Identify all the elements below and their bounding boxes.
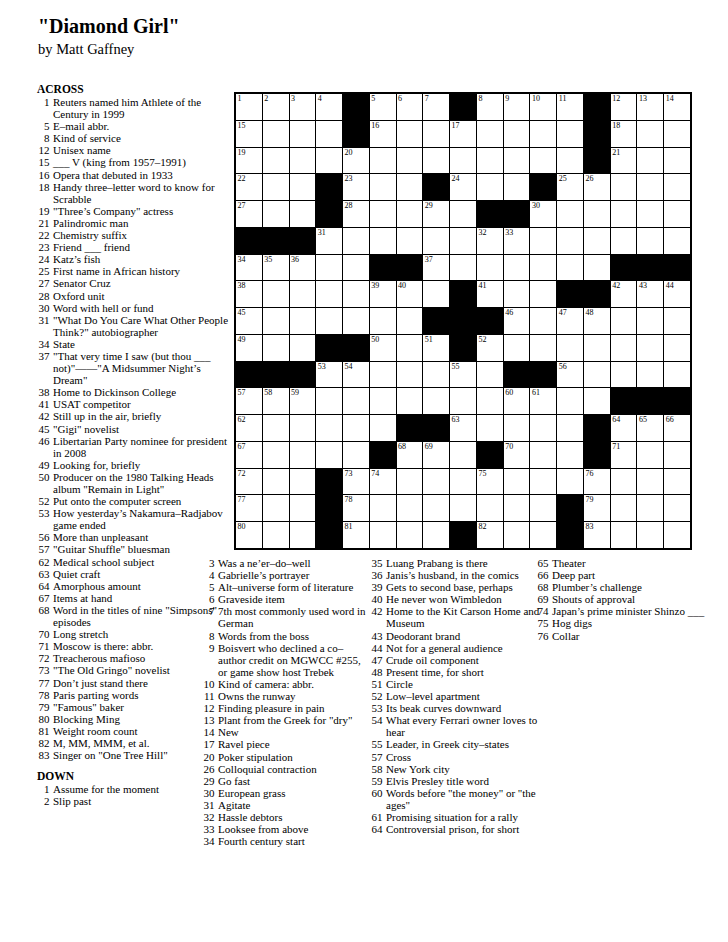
grid-cell[interactable]: 25 xyxy=(557,174,583,200)
clue-text: Alt–universe form of literature xyxy=(218,581,370,593)
grid-cell[interactable] xyxy=(290,335,316,361)
grid-cell[interactable]: 34 xyxy=(236,255,262,281)
grid-cell[interactable]: 30 xyxy=(530,201,556,227)
grid-cell[interactable] xyxy=(557,335,583,361)
grid-cell[interactable] xyxy=(664,121,690,147)
grid-cell[interactable] xyxy=(504,255,530,281)
grid-cell[interactable]: 56 xyxy=(557,362,583,388)
grid-cell[interactable] xyxy=(530,148,556,174)
grid-cell[interactable] xyxy=(370,522,396,548)
grid-cell[interactable]: 52 xyxy=(477,335,503,361)
grid-cell[interactable] xyxy=(504,121,530,147)
grid-cell[interactable]: 73 xyxy=(343,469,369,495)
grid-cell[interactable] xyxy=(530,308,556,334)
grid-cell[interactable] xyxy=(530,255,556,281)
grid-cell[interactable]: 47 xyxy=(557,308,583,334)
cell-number: 28 xyxy=(345,201,353,210)
clue-number: 83 xyxy=(37,749,53,761)
clue-text: Handy three–letter word to know for Scra… xyxy=(53,181,230,205)
grid-cell[interactable] xyxy=(397,522,423,548)
grid-cell[interactable] xyxy=(450,148,476,174)
cell-number: 7 xyxy=(425,94,429,103)
grid-cell[interactable]: 22 xyxy=(236,174,262,200)
grid-cell[interactable] xyxy=(530,442,556,468)
grid-cell[interactable] xyxy=(370,174,396,200)
grid-cell[interactable] xyxy=(611,201,637,227)
grid-cell[interactable] xyxy=(316,121,342,147)
grid-cell[interactable]: 14 xyxy=(664,94,690,120)
grid-cell[interactable] xyxy=(263,415,289,441)
grid-cell[interactable] xyxy=(263,174,289,200)
grid-cell[interactable] xyxy=(263,121,289,147)
grid-cell[interactable] xyxy=(557,255,583,281)
grid-cell[interactable] xyxy=(343,442,369,468)
clue-text: Libertarian Party nominee for president … xyxy=(53,435,230,459)
grid-cell[interactable] xyxy=(450,495,476,521)
page: "Diamond Girl" by Matt Gaffney ACROSS1Re… xyxy=(0,0,728,942)
clue-text: "Three’s Company" actress xyxy=(53,205,230,217)
grid-cell[interactable] xyxy=(343,388,369,414)
grid-cell[interactable]: 9 xyxy=(504,94,530,120)
clue-across-19: 19"Three’s Company" actress xyxy=(37,205,230,217)
grid-cell[interactable] xyxy=(584,255,610,281)
grid-cell[interactable]: 78 xyxy=(343,495,369,521)
grid-cell[interactable] xyxy=(557,201,583,227)
grid-cell[interactable] xyxy=(557,121,583,147)
clue-down-6: 6Graveside item xyxy=(202,593,370,605)
grid-cell[interactable] xyxy=(637,308,663,334)
cell-number: 23 xyxy=(345,174,353,183)
grid-cell[interactable]: 50 xyxy=(370,335,396,361)
grid-cell[interactable]: 8 xyxy=(477,94,503,120)
grid-cell[interactable] xyxy=(637,522,663,548)
grid-cell[interactable] xyxy=(664,148,690,174)
grid-cell[interactable]: 19 xyxy=(236,148,262,174)
grid-cell[interactable]: 36 xyxy=(290,255,316,281)
grid-block xyxy=(584,148,610,174)
grid-cell[interactable] xyxy=(504,174,530,200)
grid-cell[interactable]: 43 xyxy=(637,281,663,307)
cell-number: 53 xyxy=(318,362,326,371)
grid-cell[interactable] xyxy=(477,388,503,414)
grid-cell[interactable] xyxy=(611,469,637,495)
grid-cell[interactable] xyxy=(450,442,476,468)
grid-cell[interactable]: 35 xyxy=(263,255,289,281)
grid-cell[interactable] xyxy=(477,362,503,388)
grid-cell[interactable] xyxy=(290,522,316,548)
grid-cell[interactable] xyxy=(316,388,342,414)
clue-across-50: 50Producer on the 1980 Talking Heads alb… xyxy=(37,471,230,495)
grid-cell[interactable] xyxy=(450,201,476,227)
grid-cell[interactable] xyxy=(397,228,423,254)
grid-cell[interactable]: 80 xyxy=(236,522,262,548)
grid-cell[interactable] xyxy=(504,522,530,548)
grid-cell[interactable] xyxy=(263,469,289,495)
grid-cell[interactable] xyxy=(664,495,690,521)
cell-number: 8 xyxy=(478,94,482,103)
grid-cell[interactable] xyxy=(530,469,556,495)
grid-cell[interactable]: 62 xyxy=(236,415,262,441)
clue-number: 49 xyxy=(37,459,53,471)
grid-cell[interactable]: 1 xyxy=(236,94,262,120)
grid-cell[interactable] xyxy=(557,228,583,254)
grid-cell[interactable]: 21 xyxy=(611,148,637,174)
grid-cell[interactable] xyxy=(370,228,396,254)
grid-cell[interactable]: 13 xyxy=(637,94,663,120)
grid-cell[interactable] xyxy=(263,522,289,548)
grid-cell[interactable]: 37 xyxy=(423,255,449,281)
clue-number: 45 xyxy=(37,423,53,435)
clue-across-53: 53How yesterday’s Nakamura–Radjabov game… xyxy=(37,507,230,531)
grid-cell[interactable]: 55 xyxy=(450,362,476,388)
grid-cell[interactable] xyxy=(530,415,556,441)
grid-cell[interactable]: 27 xyxy=(236,201,262,227)
grid-cell[interactable]: 53 xyxy=(316,362,342,388)
grid-cell[interactable] xyxy=(611,335,637,361)
clue-text: European grass xyxy=(218,787,370,799)
grid-cell[interactable]: 63 xyxy=(450,415,476,441)
grid-cell[interactable]: 67 xyxy=(236,442,262,468)
clue-across-34: 34State xyxy=(37,338,230,350)
grid-cell[interactable]: 81 xyxy=(343,522,369,548)
grid-cell[interactable] xyxy=(611,174,637,200)
grid-cell[interactable]: 68 xyxy=(397,442,423,468)
grid-cell[interactable]: 20 xyxy=(343,148,369,174)
grid-cell[interactable]: 29 xyxy=(423,201,449,227)
grid-cell[interactable] xyxy=(664,228,690,254)
grid-cell[interactable]: 18 xyxy=(611,121,637,147)
grid-cell[interactable] xyxy=(316,442,342,468)
grid-cell[interactable]: 66 xyxy=(664,415,690,441)
grid-cell[interactable] xyxy=(290,201,316,227)
grid-cell[interactable]: 58 xyxy=(263,388,289,414)
grid-cell[interactable] xyxy=(557,415,583,441)
clue-number: 73 xyxy=(37,664,53,676)
grid-block xyxy=(477,442,503,468)
grid-cell[interactable]: 69 xyxy=(423,442,449,468)
grid-cell[interactable] xyxy=(530,522,556,548)
grid-cell[interactable]: 39 xyxy=(370,281,396,307)
grid-cell[interactable] xyxy=(664,442,690,468)
grid-cell[interactable]: 65 xyxy=(637,415,663,441)
grid-cell[interactable]: 71 xyxy=(611,442,637,468)
clue-text: Deodorant brand xyxy=(386,630,542,642)
grid-cell[interactable]: 7 xyxy=(423,94,449,120)
cell-number: 4 xyxy=(318,94,322,103)
grid-cell[interactable]: 72 xyxy=(236,469,262,495)
grid-cell[interactable]: 2 xyxy=(263,94,289,120)
grid-cell[interactable]: 24 xyxy=(450,174,476,200)
clue-number: 74 xyxy=(536,605,552,617)
puzzle-title: "Diamond Girl" xyxy=(38,15,180,38)
grid-cell[interactable]: 51 xyxy=(423,335,449,361)
grid-cell[interactable] xyxy=(290,148,316,174)
grid-cell[interactable] xyxy=(397,469,423,495)
grid-cell[interactable]: 79 xyxy=(584,495,610,521)
grid-cell[interactable] xyxy=(664,469,690,495)
grid-cell[interactable] xyxy=(423,281,449,307)
grid-cell[interactable] xyxy=(397,388,423,414)
grid-cell[interactable]: 70 xyxy=(504,442,530,468)
grid-cell[interactable] xyxy=(343,228,369,254)
grid-cell[interactable] xyxy=(370,201,396,227)
clue-down-54: 54What every Ferrari owner loves to hear xyxy=(370,714,542,738)
clue-number: 68 xyxy=(37,604,53,628)
grid-cell[interactable] xyxy=(664,201,690,227)
grid-block xyxy=(530,362,556,388)
grid-cell[interactable] xyxy=(263,335,289,361)
cell-number: 9 xyxy=(505,94,509,103)
grid-cell[interactable]: 46 xyxy=(504,308,530,334)
grid-cell[interactable] xyxy=(637,148,663,174)
grid-cell[interactable] xyxy=(637,335,663,361)
grid-cell[interactable] xyxy=(477,121,503,147)
grid-cell[interactable] xyxy=(557,442,583,468)
grid-cell[interactable]: 41 xyxy=(477,281,503,307)
grid-cell[interactable] xyxy=(611,495,637,521)
grid-cell[interactable]: 40 xyxy=(397,281,423,307)
grid-cell[interactable] xyxy=(477,174,503,200)
clue-text: First name in African history xyxy=(53,265,230,277)
grid-cell[interactable] xyxy=(450,255,476,281)
grid-cell[interactable]: 17 xyxy=(450,121,476,147)
cell-number: 52 xyxy=(478,335,486,344)
grid-cell[interactable]: 75 xyxy=(477,469,503,495)
grid-cell[interactable] xyxy=(584,201,610,227)
clue-number: 26 xyxy=(202,763,218,775)
grid-cell[interactable] xyxy=(397,362,423,388)
grid-cell[interactable] xyxy=(370,495,396,521)
grid-cell[interactable] xyxy=(263,442,289,468)
grid-cell[interactable] xyxy=(504,148,530,174)
clue-number: 7 xyxy=(202,605,218,629)
cell-number: 6 xyxy=(398,94,402,103)
grid-cell[interactable] xyxy=(343,415,369,441)
grid-cell[interactable] xyxy=(530,335,556,361)
grid-cell[interactable] xyxy=(664,308,690,334)
grid-cell[interactable] xyxy=(263,495,289,521)
grid-cell[interactable]: 38 xyxy=(236,281,262,307)
grid-cell[interactable] xyxy=(504,495,530,521)
cell-number: 15 xyxy=(238,121,246,130)
grid-cell[interactable] xyxy=(530,281,556,307)
grid-cell[interactable] xyxy=(477,148,503,174)
grid-block xyxy=(637,255,663,281)
grid-cell[interactable]: 26 xyxy=(584,174,610,200)
grid-cell[interactable] xyxy=(530,495,556,521)
clue-text: Home to Dickinson College xyxy=(53,386,230,398)
grid-cell[interactable] xyxy=(397,174,423,200)
grid-cell[interactable] xyxy=(611,228,637,254)
grid-cell[interactable] xyxy=(664,335,690,361)
cell-number: 34 xyxy=(238,255,246,264)
grid-cell[interactable] xyxy=(397,148,423,174)
grid-cell[interactable]: 74 xyxy=(370,469,396,495)
grid-cell[interactable]: 6 xyxy=(397,94,423,120)
grid-cell[interactable] xyxy=(423,121,449,147)
grid-cell[interactable] xyxy=(584,335,610,361)
grid-cell[interactable] xyxy=(370,308,396,334)
grid-cell[interactable] xyxy=(263,308,289,334)
grid-cell[interactable] xyxy=(370,388,396,414)
grid-cell[interactable] xyxy=(557,469,583,495)
grid-cell[interactable] xyxy=(290,495,316,521)
grid-cell[interactable] xyxy=(637,362,663,388)
grid-cell[interactable] xyxy=(477,415,503,441)
clue-down-74: 74Japan’s prime minister Shinzo ___ xyxy=(536,605,706,617)
grid-cell[interactable] xyxy=(557,388,583,414)
grid-cell[interactable] xyxy=(504,335,530,361)
grid-cell[interactable]: 5 xyxy=(370,94,396,120)
grid-cell[interactable] xyxy=(316,255,342,281)
clue-column-2: 3Was a ne’er–do–well4Gabrielle’s portray… xyxy=(202,557,370,847)
grid-cell[interactable]: 12 xyxy=(611,94,637,120)
clue-text: Poker stipulation xyxy=(218,751,370,763)
grid-cell[interactable]: 54 xyxy=(343,362,369,388)
grid-cell[interactable]: 3 xyxy=(290,94,316,120)
grid-cell[interactable] xyxy=(450,228,476,254)
clue-text: Gabrielle’s portrayer xyxy=(218,569,370,581)
grid-cell[interactable] xyxy=(637,442,663,468)
cell-number: 1 xyxy=(238,94,242,103)
grid-cell[interactable]: 10 xyxy=(530,94,556,120)
grid-cell[interactable] xyxy=(397,308,423,334)
grid-cell[interactable] xyxy=(316,415,342,441)
grid-cell[interactable] xyxy=(477,255,503,281)
grid-cell[interactable]: 32 xyxy=(477,228,503,254)
grid-cell[interactable] xyxy=(423,522,449,548)
grid-cell[interactable] xyxy=(423,495,449,521)
grid-cell[interactable]: 77 xyxy=(236,495,262,521)
clue-text: Looksee from above xyxy=(218,823,370,835)
grid-cell[interactable] xyxy=(611,522,637,548)
grid-cell[interactable] xyxy=(290,308,316,334)
grid-cell[interactable] xyxy=(290,442,316,468)
grid-cell[interactable] xyxy=(637,201,663,227)
grid-cell[interactable] xyxy=(664,174,690,200)
grid-cell[interactable]: 42 xyxy=(611,281,637,307)
grid-cell[interactable] xyxy=(637,174,663,200)
clue-text: Home to the Kit Carson Home and Museum xyxy=(386,605,542,629)
grid-cell[interactable] xyxy=(637,469,663,495)
grid-cell[interactable]: 82 xyxy=(477,522,503,548)
grid-cell[interactable] xyxy=(423,228,449,254)
grid-cell[interactable] xyxy=(530,121,556,147)
grid-cell[interactable]: 45 xyxy=(236,308,262,334)
grid-cell[interactable] xyxy=(530,228,556,254)
grid-cell[interactable] xyxy=(423,148,449,174)
clue-across-12: 12Unisex name xyxy=(37,144,230,156)
grid-cell[interactable] xyxy=(290,121,316,147)
grid-cell[interactable] xyxy=(290,415,316,441)
grid-cell[interactable] xyxy=(611,362,637,388)
grid-cell[interactable] xyxy=(397,495,423,521)
grid-cell[interactable]: 49 xyxy=(236,335,262,361)
grid-cell[interactable] xyxy=(637,121,663,147)
grid-cell[interactable] xyxy=(397,121,423,147)
clue-down-14: 14New xyxy=(202,726,370,738)
grid-cell[interactable] xyxy=(637,495,663,521)
grid-cell[interactable]: 44 xyxy=(664,281,690,307)
grid-cell[interactable]: 59 xyxy=(290,388,316,414)
grid-cell[interactable] xyxy=(664,522,690,548)
clue-down-9: 9Boisvert who declined a co–author credi… xyxy=(202,642,370,678)
grid-cell[interactable]: 57 xyxy=(236,388,262,414)
grid-cell[interactable] xyxy=(290,281,316,307)
grid-cell[interactable] xyxy=(290,469,316,495)
grid-cell[interactable]: 61 xyxy=(530,388,556,414)
grid-cell[interactable]: 11 xyxy=(557,94,583,120)
cell-number: 22 xyxy=(238,174,246,183)
grid-cell[interactable]: 64 xyxy=(611,415,637,441)
clue-number: 42 xyxy=(370,605,386,629)
grid-cell[interactable]: 4 xyxy=(316,94,342,120)
grid-cell[interactable] xyxy=(343,308,369,334)
grid-cell[interactable] xyxy=(316,281,342,307)
grid-cell[interactable] xyxy=(423,362,449,388)
grid-cell[interactable] xyxy=(637,228,663,254)
grid-cell[interactable]: 16 xyxy=(370,121,396,147)
grid-cell[interactable] xyxy=(263,201,289,227)
grid-cell[interactable] xyxy=(557,148,583,174)
grid-cell[interactable] xyxy=(316,148,342,174)
clue-text: Hog digs xyxy=(552,617,706,629)
grid-cell[interactable] xyxy=(584,388,610,414)
grid-cell[interactable] xyxy=(423,388,449,414)
grid-cell[interactable]: 31 xyxy=(316,228,342,254)
grid-cell[interactable] xyxy=(316,308,342,334)
grid-cell[interactable] xyxy=(290,174,316,200)
grid-cell[interactable] xyxy=(370,415,396,441)
grid-cell[interactable]: 83 xyxy=(584,522,610,548)
grid-cell[interactable] xyxy=(397,201,423,227)
grid-cell[interactable]: 23 xyxy=(343,174,369,200)
grid-cell[interactable] xyxy=(504,281,530,307)
grid-cell[interactable] xyxy=(370,362,396,388)
grid-cell[interactable] xyxy=(584,362,610,388)
grid-cell[interactable]: 33 xyxy=(504,228,530,254)
grid-cell[interactable] xyxy=(504,469,530,495)
grid-cell[interactable] xyxy=(450,388,476,414)
grid-cell[interactable] xyxy=(263,148,289,174)
grid-cell[interactable] xyxy=(343,281,369,307)
clue-number: 65 xyxy=(536,557,552,569)
clue-text: New xyxy=(218,726,370,738)
grid-cell[interactable]: 76 xyxy=(584,469,610,495)
grid-cell[interactable] xyxy=(343,255,369,281)
clue-text: Its beak curves downward xyxy=(386,702,542,714)
grid-cell[interactable] xyxy=(504,415,530,441)
grid-cell[interactable] xyxy=(664,362,690,388)
grid-cell[interactable]: 15 xyxy=(236,121,262,147)
grid-cell[interactable] xyxy=(423,469,449,495)
grid-cell[interactable] xyxy=(263,281,289,307)
grid-cell[interactable] xyxy=(611,308,637,334)
grid-cell[interactable] xyxy=(477,495,503,521)
grid-cell[interactable] xyxy=(370,148,396,174)
grid-cell[interactable]: 60 xyxy=(504,388,530,414)
grid-cell[interactable] xyxy=(450,469,476,495)
clue-down-75: 75Hog digs xyxy=(536,617,706,629)
grid-cell[interactable] xyxy=(584,228,610,254)
grid-cell[interactable]: 28 xyxy=(343,201,369,227)
clue-text: Plumber’s challenge xyxy=(552,581,706,593)
clue-text: Deep part xyxy=(552,569,706,581)
grid-block xyxy=(584,415,610,441)
grid-cell[interactable] xyxy=(397,335,423,361)
grid-cell[interactable]: 48 xyxy=(584,308,610,334)
grid-block xyxy=(236,362,262,388)
